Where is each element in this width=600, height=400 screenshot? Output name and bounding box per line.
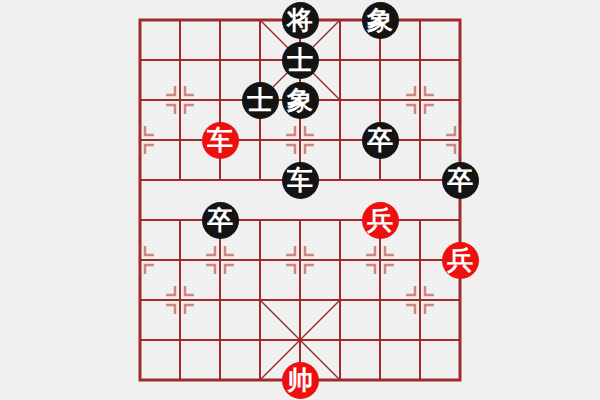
black-advisor[interactable]: 士	[282, 42, 319, 79]
red-general[interactable]: 帅	[282, 362, 319, 399]
black-elephant[interactable]: 象	[362, 2, 399, 39]
black-soldier[interactable]: 卒	[442, 162, 479, 199]
black-advisor[interactable]: 士	[242, 82, 279, 119]
board-pieces-layer: 将象士士象车卒车卒卒兵兵帅	[120, 0, 480, 400]
xiangqi-board: 将象士士象车卒车卒卒兵兵帅	[120, 0, 480, 400]
red-chariot[interactable]: 车	[202, 122, 239, 159]
black-soldier[interactable]: 卒	[362, 122, 399, 159]
black-general[interactable]: 将	[282, 2, 319, 39]
black-elephant[interactable]: 象	[282, 82, 319, 119]
xiangqi-app: 将象士士象车卒车卒卒兵兵帅	[0, 0, 600, 400]
black-chariot[interactable]: 车	[282, 162, 319, 199]
black-soldier[interactable]: 卒	[202, 202, 239, 239]
red-soldier[interactable]: 兵	[362, 202, 399, 239]
red-soldier[interactable]: 兵	[442, 242, 479, 279]
